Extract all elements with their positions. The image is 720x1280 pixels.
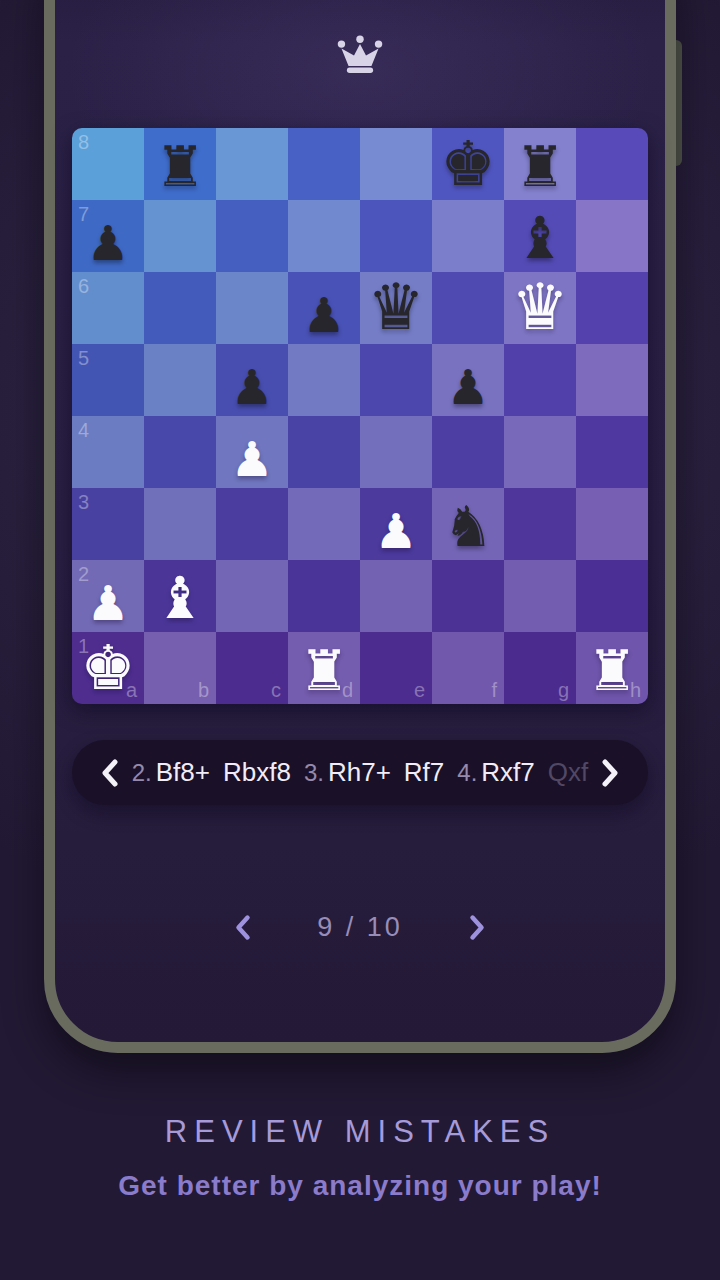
square-b3[interactable] (144, 488, 216, 560)
move-number: 3. (304, 759, 324, 787)
square-d3[interactable] (288, 488, 360, 560)
square-g3[interactable] (504, 488, 576, 560)
piece-black-bishop[interactable]: ♝ (514, 209, 566, 272)
file-label: h (630, 679, 641, 702)
square-a7[interactable]: 7♟ (72, 200, 144, 272)
piece-white-pawn[interactable]: ♟ (374, 507, 417, 560)
square-e6[interactable]: ♛ (360, 272, 432, 344)
square-d7[interactable] (288, 200, 360, 272)
move-token[interactable]: Rbxf8 (223, 757, 291, 788)
move-token[interactable]: Rxf7 (481, 757, 534, 788)
square-h6[interactable] (576, 272, 648, 344)
square-f3[interactable]: ♞ (432, 488, 504, 560)
square-g5[interactable] (504, 344, 576, 416)
prev-move-button[interactable] (96, 753, 124, 793)
square-b8[interactable]: ♜ (144, 128, 216, 200)
square-h5[interactable] (576, 344, 648, 416)
next-puzzle-button[interactable] (463, 907, 491, 947)
square-c3[interactable] (216, 488, 288, 560)
square-b4[interactable] (144, 416, 216, 488)
chess-board[interactable]: 8♜♚♜7♟♝6♟♛♛5♟♟4♟3♟♞2♟♝1a♚bcd♜efgh♜ (72, 128, 648, 704)
square-d1[interactable]: d♜ (288, 632, 360, 704)
promo-background: 8♜♚♜7♟♝6♟♛♛5♟♟4♟3♟♞2♟♝1a♚bcd♜efgh♜ 2.Bf8… (0, 0, 720, 1280)
chevron-left-icon (234, 914, 252, 941)
square-g1[interactable]: g (504, 632, 576, 704)
rank-label: 2 (78, 563, 89, 586)
move-list: 2.Bf8+Rbxf83.Rh7+Rf74.Rxf7Qxf (124, 757, 596, 788)
square-b5[interactable] (144, 344, 216, 416)
square-h8[interactable] (576, 128, 648, 200)
square-c8[interactable] (216, 128, 288, 200)
square-g4[interactable] (504, 416, 576, 488)
move-list-bar: 2.Bf8+Rbxf83.Rh7+Rf74.Rxf7Qxf (72, 740, 648, 805)
square-a8[interactable]: 8 (72, 128, 144, 200)
square-h1[interactable]: h♜ (576, 632, 648, 704)
square-b2[interactable]: ♝ (144, 560, 216, 632)
piece-black-king[interactable]: ♚ (440, 133, 496, 200)
square-a2[interactable]: 2♟ (72, 560, 144, 632)
square-d6[interactable]: ♟ (288, 272, 360, 344)
file-label: d (342, 679, 353, 702)
square-f6[interactable] (432, 272, 504, 344)
rank-label: 6 (78, 275, 89, 298)
rank-label: 7 (78, 203, 89, 226)
square-e4[interactable] (360, 416, 432, 488)
piece-black-knight[interactable]: ♞ (443, 499, 493, 560)
square-g6[interactable]: ♛ (504, 272, 576, 344)
square-d8[interactable] (288, 128, 360, 200)
square-c2[interactable] (216, 560, 288, 632)
square-h3[interactable] (576, 488, 648, 560)
square-h2[interactable] (576, 560, 648, 632)
rank-label: 8 (78, 131, 89, 154)
file-label: c (271, 679, 281, 702)
move-token[interactable]: Qxf (548, 757, 588, 788)
piece-white-pawn[interactable]: ♟ (86, 579, 129, 632)
piece-black-queen[interactable]: ♛ (367, 275, 424, 344)
square-f1[interactable]: f (432, 632, 504, 704)
puzzle-counter: 9 / 10 (317, 912, 403, 943)
square-f7[interactable] (432, 200, 504, 272)
move-number: 4. (457, 759, 477, 787)
square-a4[interactable]: 4 (72, 416, 144, 488)
square-e8[interactable] (360, 128, 432, 200)
file-label: b (198, 679, 209, 702)
square-f8[interactable]: ♚ (432, 128, 504, 200)
square-g2[interactable] (504, 560, 576, 632)
headline: REVIEW MISTAKES (0, 1114, 720, 1150)
rank-label: 3 (78, 491, 89, 514)
square-e3[interactable]: ♟ (360, 488, 432, 560)
piece-white-pawn[interactable]: ♟ (230, 435, 273, 488)
square-d5[interactable] (288, 344, 360, 416)
piece-black-pawn[interactable]: ♟ (230, 363, 273, 416)
file-label: a (126, 679, 137, 702)
rank-label: 1 (78, 635, 89, 658)
square-g7[interactable]: ♝ (504, 200, 576, 272)
move-token[interactable]: Bf8+ (156, 757, 210, 788)
move-token[interactable]: Rh7+ (328, 757, 391, 788)
square-a5[interactable]: 5 (72, 344, 144, 416)
square-a6[interactable]: 6 (72, 272, 144, 344)
square-a1[interactable]: 1a♚ (72, 632, 144, 704)
square-c4[interactable]: ♟ (216, 416, 288, 488)
square-d4[interactable] (288, 416, 360, 488)
square-c5[interactable]: ♟ (216, 344, 288, 416)
file-label: f (491, 679, 497, 702)
move-number: 2. (132, 759, 152, 787)
square-f4[interactable] (432, 416, 504, 488)
chevron-right-icon (600, 758, 620, 788)
piece-white-queen[interactable]: ♛ (511, 275, 568, 344)
square-a3[interactable]: 3 (72, 488, 144, 560)
piece-black-pawn[interactable]: ♟ (302, 291, 345, 344)
puzzle-pager: 9 / 10 (0, 903, 720, 951)
square-g8[interactable]: ♜ (504, 128, 576, 200)
piece-white-bishop[interactable]: ♝ (154, 569, 206, 632)
file-label: e (414, 679, 425, 702)
square-h4[interactable] (576, 416, 648, 488)
square-h7[interactable] (576, 200, 648, 272)
chevron-left-icon (100, 758, 120, 788)
rank-label: 4 (78, 419, 89, 442)
next-move-button[interactable] (596, 753, 624, 793)
square-b6[interactable] (144, 272, 216, 344)
square-c7[interactable] (216, 200, 288, 272)
piece-black-pawn[interactable]: ♟ (86, 219, 129, 272)
piece-black-pawn[interactable]: ♟ (446, 363, 489, 416)
piece-black-rook[interactable]: ♜ (155, 139, 205, 200)
prev-puzzle-button[interactable] (229, 907, 257, 947)
square-e1[interactable]: e (360, 632, 432, 704)
file-label: g (558, 679, 569, 702)
square-c6[interactable] (216, 272, 288, 344)
square-f5[interactable]: ♟ (432, 344, 504, 416)
subheadline: Get better by analyzing your play! (0, 1170, 720, 1202)
square-f2[interactable] (432, 560, 504, 632)
square-b7[interactable] (144, 200, 216, 272)
square-b1[interactable]: b (144, 632, 216, 704)
piece-black-rook[interactable]: ♜ (515, 139, 565, 200)
move-token[interactable]: Rf7 (404, 757, 444, 788)
square-e5[interactable] (360, 344, 432, 416)
queen-crown-icon (336, 34, 384, 76)
rank-label: 5 (78, 347, 89, 370)
chevron-right-icon (468, 914, 486, 941)
square-e2[interactable] (360, 560, 432, 632)
square-e7[interactable] (360, 200, 432, 272)
square-c1[interactable]: c (216, 632, 288, 704)
square-d2[interactable] (288, 560, 360, 632)
